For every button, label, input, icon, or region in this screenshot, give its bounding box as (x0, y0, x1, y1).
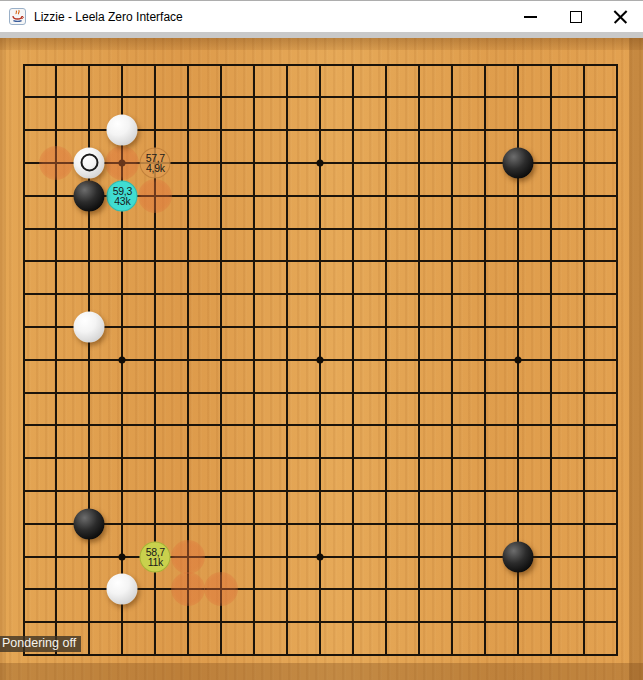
grid-line (23, 523, 618, 525)
stone-white (74, 147, 105, 178)
title-bar[interactable]: Lizzie - Leela Zero Interface (0, 0, 643, 32)
app-window: Lizzie - Leela Zero Interface 59,343k57,… (0, 0, 643, 680)
star-point (514, 356, 521, 363)
grid-line (616, 64, 618, 656)
star-point (119, 553, 126, 560)
candidate-move[interactable] (138, 179, 172, 213)
window-title: Lizzie - Leela Zero Interface (34, 10, 183, 24)
grid-line (23, 654, 618, 656)
candidate-winrate: 59,3 (113, 186, 132, 196)
board-edge-bottom (0, 663, 643, 680)
maximize-button[interactable] (553, 1, 598, 32)
board-edge-top (0, 38, 643, 50)
candidate-visits: 11k (148, 557, 163, 567)
stone-black (74, 508, 105, 539)
candidate-winrate: 58,7 (146, 547, 165, 557)
close-icon (613, 9, 628, 24)
pondering-status: Pondering off (0, 636, 81, 652)
close-button[interactable] (598, 1, 643, 32)
candidate-visits: 4,9k (146, 163, 165, 173)
grid-line (23, 424, 618, 426)
stone-white (107, 574, 138, 605)
star-point (317, 356, 324, 363)
stone-black (502, 541, 533, 572)
candidate-move[interactable]: 59,343k (107, 180, 138, 211)
candidate-move[interactable] (171, 572, 205, 606)
candidate-move[interactable] (105, 146, 139, 180)
star-point (317, 553, 324, 560)
go-board[interactable]: 59,343k57,74,9k58,711kPondering off (0, 38, 643, 680)
grid-line (451, 64, 453, 656)
grid-line (385, 64, 387, 656)
java-icon (9, 8, 26, 25)
stone-white (107, 115, 138, 146)
star-point (119, 356, 126, 363)
grid-line (23, 457, 618, 459)
maximize-icon (570, 11, 582, 23)
candidate-move[interactable] (39, 146, 73, 180)
candidate-move[interactable] (171, 540, 205, 574)
last-move-marker (80, 154, 98, 172)
grid-line (23, 621, 618, 623)
grid-line (583, 64, 585, 656)
grid-line (23, 392, 618, 394)
grid-line (418, 64, 420, 656)
star-point (317, 159, 324, 166)
grid-line (484, 64, 486, 656)
candidate-move[interactable]: 57,74,9k (140, 147, 171, 178)
grid-line (23, 490, 618, 492)
stone-black (502, 147, 533, 178)
grid-line (352, 64, 354, 656)
board-edge-left (0, 38, 6, 680)
board-edge-right (629, 38, 643, 680)
minimize-icon (524, 16, 537, 18)
grid-line (550, 64, 552, 656)
stone-black (74, 180, 105, 211)
stone-white (74, 311, 105, 342)
minimize-button[interactable] (508, 1, 553, 32)
candidate-move[interactable] (204, 572, 238, 606)
window-controls (508, 1, 643, 33)
candidate-move[interactable]: 58,711k (140, 541, 171, 572)
candidate-visits: 43k (114, 196, 130, 206)
candidate-winrate: 57,7 (146, 153, 165, 163)
